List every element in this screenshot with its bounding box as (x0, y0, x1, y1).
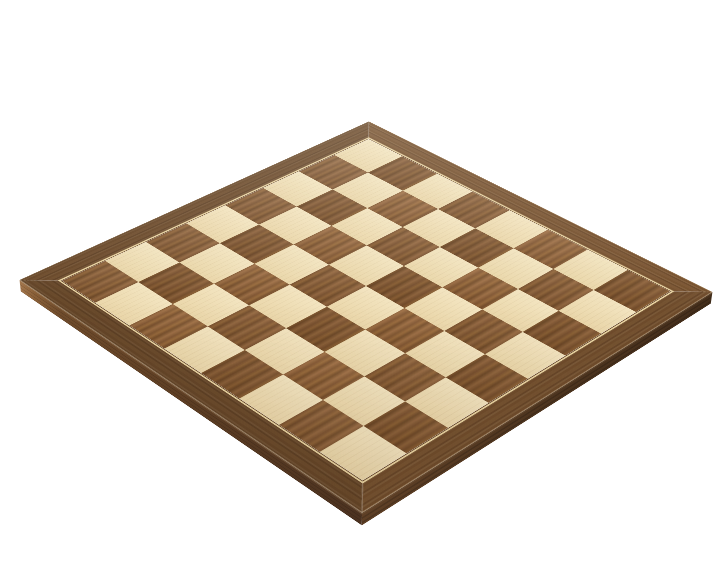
board-perspective-wrapper (117, 37, 615, 535)
chess-board (20, 121, 713, 512)
product-photo (0, 0, 720, 576)
playing-field (62, 139, 670, 480)
